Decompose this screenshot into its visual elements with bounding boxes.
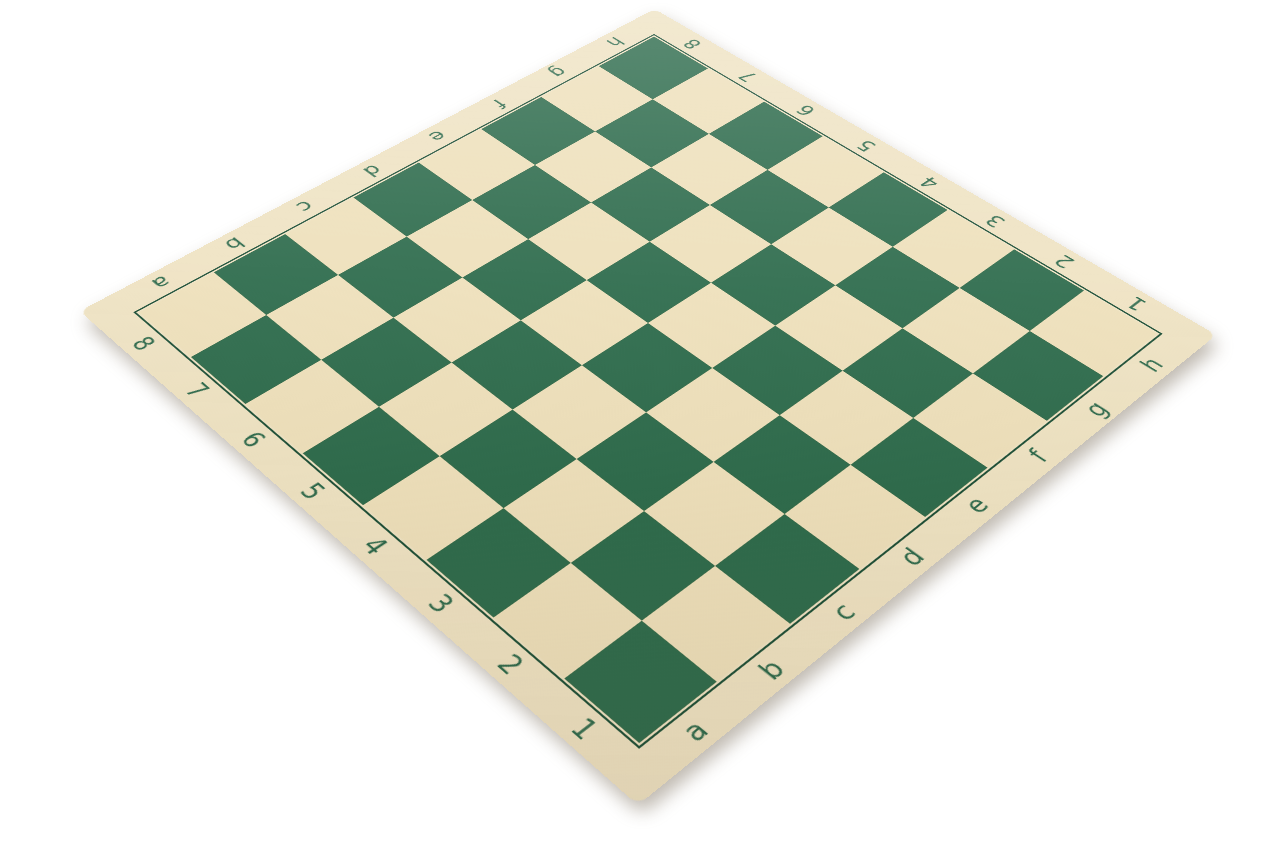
coordinate-glyph: 4 (916, 174, 943, 191)
coordinate-glyph: 6 (236, 428, 269, 451)
coordinate-glyph: 2 (492, 650, 528, 678)
coordinate-glyph: c (293, 198, 319, 215)
coordinate-glyph: 7 (735, 69, 761, 84)
board-shadow: abcdefgh abcdefgh 87654321 87654321 (0, 0, 1280, 857)
photo-background: abcdefgh abcdefgh 87654321 87654321 (0, 0, 1280, 857)
chess-board-mat: abcdefgh abcdefgh 87654321 87654321 (80, 9, 1217, 805)
coordinate-glyph: 3 (422, 590, 458, 617)
coordinate-glyph: a (147, 273, 175, 292)
coordinate-glyph: c (827, 599, 861, 625)
coordinate-glyph: b (221, 234, 249, 253)
coordinate-glyph: 1 (1122, 294, 1150, 313)
coordinate-glyph: 1 (565, 714, 602, 744)
board-grid (139, 37, 1157, 743)
coordinate-glyph: g (1080, 398, 1112, 420)
coordinate-glyph: 8 (127, 333, 159, 354)
coordinate-glyph: 7 (180, 380, 213, 402)
coordinate-glyph: f (489, 97, 510, 110)
coordinate-glyph: a (677, 716, 713, 746)
coordinate-glyph: d (895, 544, 930, 570)
coordinate-glyph: 8 (680, 37, 705, 51)
coordinate-glyph: d (359, 162, 386, 179)
coordinate-glyph: 2 (1050, 252, 1078, 271)
coordinate-glyph: 5 (853, 137, 880, 153)
coordinate-glyph: 5 (295, 479, 329, 503)
coordinate-glyph: g (546, 65, 572, 80)
coordinate-glyph: h (1136, 354, 1168, 375)
coordinate-glyph: e (424, 128, 450, 144)
board-grid-frame (133, 34, 1162, 749)
coordinate-glyph: 6 (793, 102, 819, 117)
coordinate-glyph: e (960, 493, 993, 517)
coordinate-glyph: 3 (981, 212, 1009, 230)
coordinate-glyph: 4 (357, 533, 392, 558)
coordinate-glyph: h (603, 35, 628, 49)
coordinate-glyph: b (754, 655, 790, 684)
coordinate-glyph: f (1024, 446, 1052, 465)
